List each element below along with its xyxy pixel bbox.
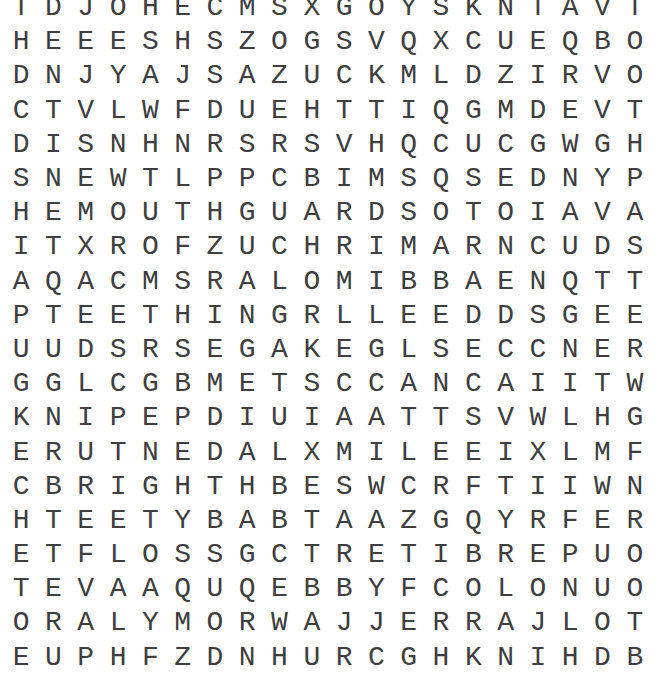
grid-cell-r6c19[interactable]: Y: [586, 162, 618, 196]
grid-cell-r3c20[interactable]: O: [619, 59, 651, 93]
grid-cell-r3c12[interactable]: K: [360, 59, 392, 93]
grid-cell-r3c17[interactable]: I: [522, 59, 554, 93]
grid-cell-r20c5[interactable]: F: [134, 641, 166, 675]
grid-cell-r3c10[interactable]: U: [296, 59, 328, 93]
grid-cell-r14c11[interactable]: M: [328, 435, 360, 469]
grid-cell-r5c20[interactable]: H: [619, 128, 651, 162]
grid-cell-r9c16[interactable]: E: [489, 265, 521, 299]
grid-cell-r14c20[interactable]: F: [619, 435, 651, 469]
grid-cell-r12c14[interactable]: N: [425, 367, 457, 401]
grid-cell-r15c11[interactable]: S: [328, 470, 360, 504]
grid-cell-r14c9[interactable]: L: [263, 435, 295, 469]
grid-cell-r14c10[interactable]: X: [296, 435, 328, 469]
grid-cell-r11c10[interactable]: K: [296, 333, 328, 367]
grid-cell-r12c12[interactable]: C: [360, 367, 392, 401]
grid-cell-r5c18[interactable]: W: [554, 128, 586, 162]
grid-cell-r2c1[interactable]: H: [5, 25, 37, 59]
grid-cell-r6c5[interactable]: T: [134, 162, 166, 196]
grid-cell-r20c14[interactable]: H: [425, 641, 457, 675]
grid-cell-r8c8[interactable]: U: [231, 230, 263, 264]
grid-cell-r13c11[interactable]: A: [328, 401, 360, 435]
grid-cell-r9c9[interactable]: L: [263, 265, 295, 299]
grid-cell-r10c16[interactable]: D: [489, 299, 521, 333]
grid-cell-r15c14[interactable]: R: [425, 470, 457, 504]
grid-cell-r12c5[interactable]: G: [134, 367, 166, 401]
grid-cell-r18c6[interactable]: Q: [166, 572, 198, 606]
grid-cell-r11c17[interactable]: C: [522, 333, 554, 367]
grid-cell-r11c20[interactable]: R: [619, 333, 651, 367]
grid-cell-r15c16[interactable]: T: [489, 470, 521, 504]
grid-cell-r15c6[interactable]: H: [166, 470, 198, 504]
grid-cell-r5c13[interactable]: Q: [393, 128, 425, 162]
grid-cell-r18c14[interactable]: C: [425, 572, 457, 606]
grid-cell-r14c2[interactable]: R: [37, 435, 69, 469]
grid-cell-r18c1[interactable]: T: [5, 572, 37, 606]
grid-cell-r17c13[interactable]: T: [393, 538, 425, 572]
grid-cell-r12c7[interactable]: M: [199, 367, 231, 401]
grid-cell-r15c12[interactable]: W: [360, 470, 392, 504]
grid-cell-r19c15[interactable]: R: [457, 606, 489, 640]
grid-cell-r20c11[interactable]: R: [328, 641, 360, 675]
grid-cell-r18c8[interactable]: Q: [231, 572, 263, 606]
grid-cell-r4c17[interactable]: D: [522, 94, 554, 128]
grid-cell-r16c7[interactable]: B: [199, 504, 231, 538]
grid-cell-r7c10[interactable]: A: [296, 196, 328, 230]
grid-cell-r13c20[interactable]: G: [619, 401, 651, 435]
grid-cell-r3c14[interactable]: L: [425, 59, 457, 93]
grid-cell-r11c12[interactable]: G: [360, 333, 392, 367]
grid-cell-r1c8[interactable]: M: [231, 0, 263, 25]
grid-cell-r15c2[interactable]: B: [37, 470, 69, 504]
grid-cell-r8c16[interactable]: N: [489, 230, 521, 264]
grid-cell-r4c12[interactable]: T: [360, 94, 392, 128]
grid-cell-r6c6[interactable]: L: [166, 162, 198, 196]
grid-cell-r13c16[interactable]: V: [489, 401, 521, 435]
grid-cell-r7c5[interactable]: U: [134, 196, 166, 230]
grid-cell-r10c6[interactable]: H: [166, 299, 198, 333]
grid-cell-r5c15[interactable]: U: [457, 128, 489, 162]
grid-cell-r11c8[interactable]: G: [231, 333, 263, 367]
grid-cell-r3c8[interactable]: A: [231, 59, 263, 93]
grid-cell-r17c1[interactable]: E: [5, 538, 37, 572]
grid-cell-r15c10[interactable]: E: [296, 470, 328, 504]
grid-cell-r13c5[interactable]: E: [134, 401, 166, 435]
grid-cell-r5c4[interactable]: N: [102, 128, 134, 162]
grid-cell-r8c9[interactable]: C: [263, 230, 295, 264]
grid-cell-r18c18[interactable]: N: [554, 572, 586, 606]
grid-cell-r20c7[interactable]: D: [199, 641, 231, 675]
grid-cell-r2c13[interactable]: Q: [393, 25, 425, 59]
grid-cell-r13c2[interactable]: N: [37, 401, 69, 435]
grid-cell-r17c12[interactable]: E: [360, 538, 392, 572]
grid-cell-r5c12[interactable]: H: [360, 128, 392, 162]
grid-cell-r1c14[interactable]: S: [425, 0, 457, 25]
grid-cell-r14c8[interactable]: A: [231, 435, 263, 469]
grid-cell-r17c18[interactable]: P: [554, 538, 586, 572]
grid-cell-r8c4[interactable]: R: [102, 230, 134, 264]
grid-cell-r7c20[interactable]: A: [619, 196, 651, 230]
grid-cell-r3c9[interactable]: Z: [263, 59, 295, 93]
grid-cell-r9c3[interactable]: A: [70, 265, 102, 299]
grid-cell-r8c13[interactable]: M: [393, 230, 425, 264]
grid-cell-r17c8[interactable]: G: [231, 538, 263, 572]
grid-cell-r19c8[interactable]: R: [231, 606, 263, 640]
grid-cell-r17c14[interactable]: I: [425, 538, 457, 572]
grid-cell-r7c14[interactable]: O: [425, 196, 457, 230]
grid-cell-r13c13[interactable]: T: [393, 401, 425, 435]
grid-cell-r14c3[interactable]: U: [70, 435, 102, 469]
grid-cell-r7c11[interactable]: R: [328, 196, 360, 230]
grid-cell-r10c11[interactable]: L: [328, 299, 360, 333]
grid-cell-r17c20[interactable]: O: [619, 538, 651, 572]
grid-cell-r16c8[interactable]: A: [231, 504, 263, 538]
grid-cell-r2c3[interactable]: E: [70, 25, 102, 59]
grid-cell-r18c7[interactable]: U: [199, 572, 231, 606]
grid-cell-r10c1[interactable]: P: [5, 299, 37, 333]
grid-cell-r9c18[interactable]: Q: [554, 265, 586, 299]
grid-cell-r11c4[interactable]: S: [102, 333, 134, 367]
grid-cell-r18c2[interactable]: E: [37, 572, 69, 606]
grid-cell-r10c19[interactable]: E: [586, 299, 618, 333]
grid-cell-r2c9[interactable]: O: [263, 25, 295, 59]
grid-cell-r1c11[interactable]: G: [328, 0, 360, 25]
grid-cell-r20c17[interactable]: I: [522, 641, 554, 675]
grid-cell-r9c11[interactable]: M: [328, 265, 360, 299]
grid-cell-r9c5[interactable]: M: [134, 265, 166, 299]
grid-cell-r12c2[interactable]: G: [37, 367, 69, 401]
grid-cell-r3c13[interactable]: M: [393, 59, 425, 93]
grid-cell-r12c8[interactable]: E: [231, 367, 263, 401]
grid-cell-r6c9[interactable]: C: [263, 162, 295, 196]
grid-cell-r20c3[interactable]: P: [70, 641, 102, 675]
grid-cell-r6c2[interactable]: N: [37, 162, 69, 196]
grid-cell-r16c5[interactable]: T: [134, 504, 166, 538]
grid-cell-r7c7[interactable]: H: [199, 196, 231, 230]
grid-cell-r4c18[interactable]: E: [554, 94, 586, 128]
grid-cell-r2c10[interactable]: G: [296, 25, 328, 59]
grid-cell-r2c16[interactable]: U: [489, 25, 521, 59]
grid-cell-r16c3[interactable]: E: [70, 504, 102, 538]
grid-cell-r17c9[interactable]: C: [263, 538, 295, 572]
grid-cell-r1c2[interactable]: D: [37, 0, 69, 25]
grid-cell-r8c17[interactable]: C: [522, 230, 554, 264]
grid-cell-r4c19[interactable]: V: [586, 94, 618, 128]
grid-cell-r2c4[interactable]: E: [102, 25, 134, 59]
grid-cell-r3c7[interactable]: S: [199, 59, 231, 93]
grid-cell-r2c19[interactable]: B: [586, 25, 618, 59]
grid-cell-r15c1[interactable]: C: [5, 470, 37, 504]
grid-cell-r8c20[interactable]: S: [619, 230, 651, 264]
grid-cell-r4c6[interactable]: F: [166, 94, 198, 128]
grid-cell-r7c18[interactable]: A: [554, 196, 586, 230]
grid-cell-r20c8[interactable]: N: [231, 641, 263, 675]
grid-cell-r16c20[interactable]: R: [619, 504, 651, 538]
grid-cell-r16c11[interactable]: A: [328, 504, 360, 538]
grid-cell-r16c19[interactable]: E: [586, 504, 618, 538]
grid-cell-r3c3[interactable]: J: [70, 59, 102, 93]
grid-cell-r2c12[interactable]: V: [360, 25, 392, 59]
grid-cell-r10c5[interactable]: T: [134, 299, 166, 333]
grid-cell-r11c18[interactable]: N: [554, 333, 586, 367]
grid-cell-r7c4[interactable]: O: [102, 196, 134, 230]
grid-cell-r18c12[interactable]: Y: [360, 572, 392, 606]
grid-cell-r20c4[interactable]: H: [102, 641, 134, 675]
grid-cell-r5c11[interactable]: V: [328, 128, 360, 162]
grid-cell-r9c20[interactable]: T: [619, 265, 651, 299]
grid-cell-r16c10[interactable]: T: [296, 504, 328, 538]
grid-cell-r7c16[interactable]: O: [489, 196, 521, 230]
grid-cell-r18c15[interactable]: O: [457, 572, 489, 606]
grid-cell-r18c16[interactable]: L: [489, 572, 521, 606]
grid-cell-r8c7[interactable]: Z: [199, 230, 231, 264]
grid-cell-r5c2[interactable]: I: [37, 128, 69, 162]
grid-cell-r15c4[interactable]: I: [102, 470, 134, 504]
grid-cell-r8c10[interactable]: H: [296, 230, 328, 264]
grid-cell-r10c8[interactable]: N: [231, 299, 263, 333]
grid-cell-r6c15[interactable]: S: [457, 162, 489, 196]
grid-cell-r19c11[interactable]: J: [328, 606, 360, 640]
grid-cell-r6c11[interactable]: I: [328, 162, 360, 196]
grid-cell-r10c14[interactable]: E: [425, 299, 457, 333]
grid-cell-r11c2[interactable]: U: [37, 333, 69, 367]
grid-cell-r3c15[interactable]: D: [457, 59, 489, 93]
grid-cell-r6c1[interactable]: S: [5, 162, 37, 196]
grid-cell-r8c5[interactable]: O: [134, 230, 166, 264]
grid-cell-r12c17[interactable]: I: [522, 367, 554, 401]
grid-cell-r6c7[interactable]: P: [199, 162, 231, 196]
grid-cell-r11c1[interactable]: U: [5, 333, 37, 367]
grid-cell-r13c1[interactable]: K: [5, 401, 37, 435]
grid-cell-r16c2[interactable]: T: [37, 504, 69, 538]
grid-cell-r10c12[interactable]: L: [360, 299, 392, 333]
grid-cell-r3c18[interactable]: R: [554, 59, 586, 93]
grid-cell-r2c8[interactable]: Z: [231, 25, 263, 59]
grid-cell-r18c13[interactable]: F: [393, 572, 425, 606]
grid-cell-r20c6[interactable]: Z: [166, 641, 198, 675]
grid-cell-r16c12[interactable]: A: [360, 504, 392, 538]
grid-cell-r5c10[interactable]: S: [296, 128, 328, 162]
grid-cell-r15c19[interactable]: W: [586, 470, 618, 504]
grid-cell-r4c15[interactable]: G: [457, 94, 489, 128]
grid-cell-r5c8[interactable]: S: [231, 128, 263, 162]
grid-cell-r14c19[interactable]: M: [586, 435, 618, 469]
grid-cell-r4c7[interactable]: D: [199, 94, 231, 128]
grid-cell-r11c14[interactable]: S: [425, 333, 457, 367]
grid-cell-r19c12[interactable]: J: [360, 606, 392, 640]
grid-cell-r11c11[interactable]: E: [328, 333, 360, 367]
grid-cell-r12c11[interactable]: C: [328, 367, 360, 401]
grid-cell-r14c17[interactable]: X: [522, 435, 554, 469]
grid-cell-r15c15[interactable]: F: [457, 470, 489, 504]
grid-cell-r13c14[interactable]: T: [425, 401, 457, 435]
grid-cell-r1c16[interactable]: N: [489, 0, 521, 25]
grid-cell-r4c5[interactable]: W: [134, 94, 166, 128]
grid-cell-r2c17[interactable]: E: [522, 25, 554, 59]
grid-cell-r11c15[interactable]: E: [457, 333, 489, 367]
grid-cell-r1c15[interactable]: K: [457, 0, 489, 25]
grid-cell-r15c9[interactable]: B: [263, 470, 295, 504]
grid-cell-r12c18[interactable]: I: [554, 367, 586, 401]
grid-cell-r13c8[interactable]: I: [231, 401, 263, 435]
grid-cell-r17c16[interactable]: R: [489, 538, 521, 572]
grid-cell-r10c17[interactable]: S: [522, 299, 554, 333]
grid-cell-r11c9[interactable]: A: [263, 333, 295, 367]
grid-cell-r19c20[interactable]: T: [619, 606, 651, 640]
grid-cell-r16c18[interactable]: F: [554, 504, 586, 538]
grid-cell-r13c18[interactable]: L: [554, 401, 586, 435]
grid-cell-r18c3[interactable]: V: [70, 572, 102, 606]
grid-cell-r5c7[interactable]: R: [199, 128, 231, 162]
grid-cell-r13c9[interactable]: U: [263, 401, 295, 435]
grid-cell-r9c1[interactable]: A: [5, 265, 37, 299]
grid-cell-r3c4[interactable]: Y: [102, 59, 134, 93]
grid-cell-r3c11[interactable]: C: [328, 59, 360, 93]
grid-cell-r10c3[interactable]: E: [70, 299, 102, 333]
grid-cell-r20c19[interactable]: D: [586, 641, 618, 675]
grid-cell-r6c20[interactable]: P: [619, 162, 651, 196]
grid-cell-r7c2[interactable]: E: [37, 196, 69, 230]
grid-cell-r8c14[interactable]: A: [425, 230, 457, 264]
grid-cell-r14c15[interactable]: E: [457, 435, 489, 469]
grid-cell-r1c6[interactable]: E: [166, 0, 198, 25]
grid-cell-r17c17[interactable]: E: [522, 538, 554, 572]
grid-cell-r14c5[interactable]: N: [134, 435, 166, 469]
grid-cell-r14c13[interactable]: L: [393, 435, 425, 469]
grid-cell-r15c17[interactable]: I: [522, 470, 554, 504]
grid-cell-r11c6[interactable]: S: [166, 333, 198, 367]
grid-cell-r8c3[interactable]: X: [70, 230, 102, 264]
grid-cell-r6c4[interactable]: W: [102, 162, 134, 196]
grid-cell-r1c3[interactable]: J: [70, 0, 102, 25]
grid-cell-r2c5[interactable]: S: [134, 25, 166, 59]
grid-cell-r16c14[interactable]: G: [425, 504, 457, 538]
grid-cell-r19c4[interactable]: L: [102, 606, 134, 640]
grid-cell-r2c14[interactable]: X: [425, 25, 457, 59]
grid-cell-r19c17[interactable]: J: [522, 606, 554, 640]
grid-cell-r18c19[interactable]: U: [586, 572, 618, 606]
grid-cell-r9c13[interactable]: B: [393, 265, 425, 299]
grid-cell-r9c8[interactable]: A: [231, 265, 263, 299]
grid-cell-r2c6[interactable]: H: [166, 25, 198, 59]
grid-cell-r4c16[interactable]: M: [489, 94, 521, 128]
grid-cell-r11c5[interactable]: R: [134, 333, 166, 367]
grid-cell-r10c9[interactable]: G: [263, 299, 295, 333]
grid-cell-r17c4[interactable]: L: [102, 538, 134, 572]
grid-cell-r9c2[interactable]: Q: [37, 265, 69, 299]
grid-cell-r4c1[interactable]: C: [5, 94, 37, 128]
grid-cell-r9c14[interactable]: B: [425, 265, 457, 299]
grid-cell-r10c4[interactable]: E: [102, 299, 134, 333]
grid-cell-r13c19[interactable]: H: [586, 401, 618, 435]
grid-cell-r9c7[interactable]: R: [199, 265, 231, 299]
grid-cell-r14c1[interactable]: E: [5, 435, 37, 469]
grid-cell-r3c2[interactable]: N: [37, 59, 69, 93]
grid-cell-r16c17[interactable]: R: [522, 504, 554, 538]
grid-cell-r7c3[interactable]: M: [70, 196, 102, 230]
grid-cell-r17c3[interactable]: F: [70, 538, 102, 572]
grid-cell-r13c17[interactable]: W: [522, 401, 554, 435]
grid-cell-r4c9[interactable]: E: [263, 94, 295, 128]
grid-cell-r13c12[interactable]: A: [360, 401, 392, 435]
grid-cell-r7c17[interactable]: I: [522, 196, 554, 230]
grid-cell-r13c7[interactable]: D: [199, 401, 231, 435]
grid-cell-r1c4[interactable]: O: [102, 0, 134, 25]
grid-cell-r17c15[interactable]: B: [457, 538, 489, 572]
grid-cell-r3c16[interactable]: Z: [489, 59, 521, 93]
grid-cell-r17c19[interactable]: U: [586, 538, 618, 572]
grid-cell-r20c9[interactable]: H: [263, 641, 295, 675]
grid-cell-r6c17[interactable]: D: [522, 162, 554, 196]
grid-cell-r1c12[interactable]: O: [360, 0, 392, 25]
grid-cell-r13c10[interactable]: I: [296, 401, 328, 435]
grid-cell-r5c16[interactable]: C: [489, 128, 521, 162]
grid-cell-r5c3[interactable]: S: [70, 128, 102, 162]
grid-cell-r5c9[interactable]: R: [263, 128, 295, 162]
grid-cell-r8c18[interactable]: U: [554, 230, 586, 264]
grid-cell-r20c18[interactable]: H: [554, 641, 586, 675]
grid-cell-r19c5[interactable]: Y: [134, 606, 166, 640]
grid-cell-r19c14[interactable]: R: [425, 606, 457, 640]
grid-cell-r14c18[interactable]: L: [554, 435, 586, 469]
grid-cell-r15c8[interactable]: H: [231, 470, 263, 504]
grid-cell-r6c8[interactable]: P: [231, 162, 263, 196]
grid-cell-r9c6[interactable]: S: [166, 265, 198, 299]
grid-cell-r8c15[interactable]: R: [457, 230, 489, 264]
grid-cell-r19c6[interactable]: M: [166, 606, 198, 640]
grid-cell-r2c15[interactable]: C: [457, 25, 489, 59]
grid-cell-r12c19[interactable]: T: [586, 367, 618, 401]
grid-cell-r11c3[interactable]: D: [70, 333, 102, 367]
grid-cell-r9c12[interactable]: I: [360, 265, 392, 299]
grid-cell-r15c20[interactable]: N: [619, 470, 651, 504]
grid-cell-r18c20[interactable]: O: [619, 572, 651, 606]
grid-cell-r11c19[interactable]: E: [586, 333, 618, 367]
grid-cell-r3c19[interactable]: V: [586, 59, 618, 93]
grid-cell-r6c12[interactable]: M: [360, 162, 392, 196]
grid-cell-r5c14[interactable]: C: [425, 128, 457, 162]
grid-cell-r10c10[interactable]: R: [296, 299, 328, 333]
grid-cell-r1c17[interactable]: T: [522, 0, 554, 25]
grid-cell-r12c20[interactable]: W: [619, 367, 651, 401]
grid-cell-r3c6[interactable]: J: [166, 59, 198, 93]
grid-cell-r18c5[interactable]: A: [134, 572, 166, 606]
grid-cell-r3c5[interactable]: A: [134, 59, 166, 93]
grid-cell-r4c4[interactable]: L: [102, 94, 134, 128]
grid-cell-r19c18[interactable]: L: [554, 606, 586, 640]
grid-cell-r1c7[interactable]: C: [199, 0, 231, 25]
grid-cell-r6c3[interactable]: E: [70, 162, 102, 196]
grid-cell-r1c5[interactable]: H: [134, 0, 166, 25]
grid-cell-r12c15[interactable]: C: [457, 367, 489, 401]
grid-cell-r8c1[interactable]: I: [5, 230, 37, 264]
grid-cell-r4c3[interactable]: V: [70, 94, 102, 128]
grid-cell-r12c3[interactable]: L: [70, 367, 102, 401]
grid-cell-r19c13[interactable]: E: [393, 606, 425, 640]
grid-cell-r19c10[interactable]: A: [296, 606, 328, 640]
grid-cell-r19c16[interactable]: A: [489, 606, 521, 640]
grid-cell-r14c7[interactable]: D: [199, 435, 231, 469]
grid-cell-r2c20[interactable]: O: [619, 25, 651, 59]
grid-cell-r4c14[interactable]: Q: [425, 94, 457, 128]
grid-cell-r1c9[interactable]: S: [263, 0, 295, 25]
grid-cell-r10c7[interactable]: I: [199, 299, 231, 333]
grid-cell-r20c16[interactable]: N: [489, 641, 521, 675]
grid-cell-r20c1[interactable]: E: [5, 641, 37, 675]
grid-cell-r2c7[interactable]: S: [199, 25, 231, 59]
grid-cell-r12c16[interactable]: A: [489, 367, 521, 401]
grid-cell-r1c18[interactable]: A: [554, 0, 586, 25]
grid-cell-r7c19[interactable]: V: [586, 196, 618, 230]
